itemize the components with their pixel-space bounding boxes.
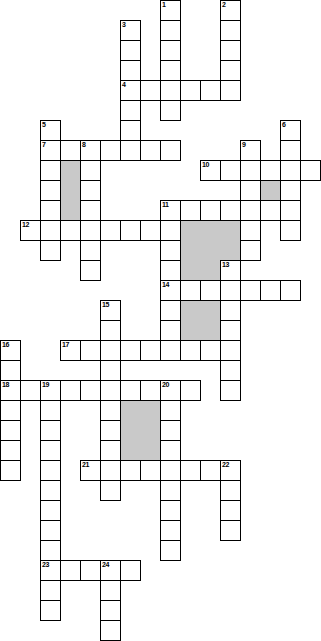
crossword-cell[interactable]: [40, 160, 61, 181]
clue-number: 12: [22, 221, 29, 229]
crossword-cell[interactable]: [240, 240, 261, 261]
crossword-cell[interactable]: [160, 220, 181, 241]
crossword-cell[interactable]: [180, 340, 201, 361]
crossword-cell[interactable]: [220, 280, 241, 301]
crossword-cell[interactable]: [40, 480, 61, 501]
crossword-cell[interactable]: [160, 440, 181, 461]
crossword-cell[interactable]: [80, 560, 101, 581]
crossword-cell[interactable]: 7: [40, 140, 61, 161]
crossword-cell[interactable]: [40, 500, 61, 521]
crossword-cell[interactable]: [140, 140, 161, 161]
crossword-cell[interactable]: 2: [220, 0, 241, 21]
clue-number: 8: [82, 141, 85, 149]
crossword-cell[interactable]: [280, 220, 301, 241]
crossword-cell[interactable]: 4: [120, 80, 141, 101]
clue-number: 20: [162, 381, 169, 389]
crossword-cell[interactable]: [120, 460, 141, 481]
crossword-cell[interactable]: [280, 160, 301, 181]
crossword-cell[interactable]: [140, 220, 161, 241]
crossword-cell[interactable]: 8: [80, 140, 101, 161]
crossword-cell[interactable]: [180, 380, 201, 401]
crossword-cell[interactable]: [160, 140, 181, 161]
clue-number: 21: [82, 461, 89, 469]
clue-number: 7: [42, 141, 45, 149]
clue-number: 24: [102, 561, 109, 569]
shaded-cell: [180, 240, 201, 261]
crossword-cell[interactable]: [220, 520, 241, 541]
crossword-cell[interactable]: [100, 380, 121, 401]
crossword-cell[interactable]: [100, 220, 121, 241]
crossword-cell[interactable]: [80, 160, 101, 181]
crossword-cell[interactable]: [80, 180, 101, 201]
crossword-cell[interactable]: [160, 20, 181, 41]
crossword-cell[interactable]: [160, 100, 181, 121]
crossword-cell[interactable]: 13: [220, 260, 241, 281]
shaded-cell: [120, 420, 141, 441]
crossword-cell[interactable]: [220, 20, 241, 41]
crossword-cell[interactable]: [60, 560, 81, 581]
crossword-cell[interactable]: [120, 220, 141, 241]
crossword-cell[interactable]: [160, 240, 181, 261]
clue-number: 3: [122, 21, 125, 29]
crossword-cell[interactable]: [260, 280, 281, 301]
crossword-cell[interactable]: [100, 480, 121, 501]
crossword-cell[interactable]: [280, 200, 301, 221]
crossword-cell[interactable]: [120, 340, 141, 361]
crossword-cell[interactable]: [220, 60, 241, 81]
shaded-cell: [200, 260, 221, 281]
crossword-cell[interactable]: [100, 600, 121, 621]
shaded-cell: [120, 400, 141, 421]
crossword-cell[interactable]: [120, 560, 141, 581]
crossword-cell[interactable]: [80, 220, 101, 241]
shaded-cell: [180, 220, 201, 241]
crossword-cell[interactable]: [160, 340, 181, 361]
crossword-cell[interactable]: [240, 280, 261, 301]
crossword-cell[interactable]: 5: [40, 120, 61, 141]
crossword-cell[interactable]: [160, 300, 181, 321]
crossword-cell[interactable]: [80, 260, 101, 281]
crossword-cell[interactable]: [0, 420, 21, 441]
crossword-cell[interactable]: [100, 400, 121, 421]
crossword-cell[interactable]: [220, 80, 241, 101]
crossword-cell[interactable]: [160, 320, 181, 341]
crossword-cell[interactable]: [40, 220, 61, 241]
crossword-cell[interactable]: [160, 480, 181, 501]
crossword-cell[interactable]: [160, 540, 181, 561]
crossword-cell[interactable]: 24: [100, 560, 121, 581]
crossword-board: 123456789101112131415161718192021222324: [0, 0, 321, 641]
crossword-cell[interactable]: 22: [220, 460, 241, 481]
crossword-cell[interactable]: 12: [20, 220, 41, 241]
crossword-cell[interactable]: 23: [40, 560, 61, 581]
crossword-cell[interactable]: [120, 120, 141, 141]
crossword-cell[interactable]: 14: [160, 280, 181, 301]
crossword-cell[interactable]: [20, 380, 41, 401]
crossword-cell[interactable]: [160, 260, 181, 281]
crossword-cell[interactable]: [280, 140, 301, 161]
shaded-cell: [140, 420, 161, 441]
crossword-cell[interactable]: 10: [200, 160, 221, 181]
crossword-cell[interactable]: [200, 280, 221, 301]
crossword-cell[interactable]: [60, 380, 81, 401]
clue-number: 4: [122, 81, 125, 89]
shaded-cell: [200, 220, 221, 241]
crossword-cell[interactable]: [280, 180, 301, 201]
crossword-cell[interactable]: [120, 40, 141, 61]
clue-number: 15: [102, 301, 109, 309]
crossword-cell[interactable]: [100, 340, 121, 361]
crossword-cell[interactable]: [80, 240, 101, 261]
crossword-cell[interactable]: [180, 460, 201, 481]
crossword-cell[interactable]: [220, 320, 241, 341]
clue-number: 16: [2, 341, 9, 349]
crossword-cell[interactable]: [100, 320, 121, 341]
crossword-cell[interactable]: [140, 460, 161, 481]
crossword-cell[interactable]: 9: [240, 140, 261, 161]
crossword-cell[interactable]: 18: [0, 380, 21, 401]
shaded-cell: [140, 400, 161, 421]
clue-number: 22: [222, 461, 229, 469]
clue-number: 18: [2, 381, 9, 389]
crossword-cell[interactable]: [120, 100, 141, 121]
crossword-cell[interactable]: [140, 380, 161, 401]
shaded-cell: [260, 180, 281, 201]
crossword-cell[interactable]: [220, 480, 241, 501]
crossword-cell[interactable]: [160, 80, 181, 101]
crossword-cell[interactable]: 20: [160, 380, 181, 401]
crossword-cell[interactable]: [0, 440, 21, 461]
crossword-cell[interactable]: [220, 360, 241, 381]
crossword-cell[interactable]: [160, 500, 181, 521]
crossword-cell[interactable]: [300, 160, 321, 181]
crossword-cell[interactable]: [60, 220, 81, 241]
crossword-cell[interactable]: [0, 360, 21, 381]
crossword-cell[interactable]: 16: [0, 340, 21, 361]
shaded-cell: [220, 240, 241, 261]
crossword-cell[interactable]: [100, 140, 121, 161]
crossword-cell[interactable]: 1: [160, 0, 181, 21]
crossword-cell[interactable]: [100, 360, 121, 381]
crossword-cell[interactable]: [80, 340, 101, 361]
crossword-cell[interactable]: [40, 400, 61, 421]
crossword-cell[interactable]: [200, 200, 221, 221]
crossword-cell[interactable]: [100, 460, 121, 481]
crossword-cell[interactable]: 19: [40, 380, 61, 401]
crossword-cell[interactable]: [140, 340, 161, 361]
crossword-cell[interactable]: 17: [60, 340, 81, 361]
shaded-cell: [180, 260, 201, 281]
crossword-cell[interactable]: [240, 220, 261, 241]
crossword-cell[interactable]: [220, 160, 241, 181]
crossword-cell[interactable]: [100, 620, 121, 641]
crossword-cell[interactable]: [40, 580, 61, 601]
crossword-cell[interactable]: [0, 460, 21, 481]
crossword-cell[interactable]: [180, 200, 201, 221]
crossword-cell[interactable]: [40, 600, 61, 621]
crossword-cell[interactable]: 11: [160, 200, 181, 221]
crossword-cell[interactable]: [200, 340, 221, 361]
shaded-cell: [180, 300, 201, 321]
shaded-cell: [200, 240, 221, 261]
clue-number: 17: [62, 341, 69, 349]
clue-number: 10: [202, 161, 209, 169]
shaded-cell: [140, 440, 161, 461]
crossword-cell[interactable]: [220, 340, 241, 361]
crossword-cell[interactable]: [220, 500, 241, 521]
clue-number: 23: [42, 561, 49, 569]
crossword-cell[interactable]: [40, 420, 61, 441]
crossword-cell[interactable]: [260, 160, 281, 181]
shaded-cell: [60, 180, 81, 201]
crossword-cell[interactable]: [160, 420, 181, 441]
crossword-cell[interactable]: 6: [280, 120, 301, 141]
crossword-cell[interactable]: [240, 160, 261, 181]
clue-number: 5: [42, 121, 45, 129]
crossword-cell[interactable]: [160, 400, 181, 421]
clue-number: 14: [162, 281, 169, 289]
clue-number: 2: [222, 1, 225, 9]
crossword-cell[interactable]: 3: [120, 20, 141, 41]
shaded-cell: [60, 160, 81, 181]
clue-number: 1: [162, 1, 165, 9]
crossword-cell[interactable]: [220, 300, 241, 321]
clue-number: 19: [42, 381, 49, 389]
crossword-cell[interactable]: [160, 40, 181, 61]
shaded-cell: [180, 320, 201, 341]
crossword-cell[interactable]: [40, 520, 61, 541]
crossword-cell[interactable]: [220, 380, 241, 401]
crossword-cell[interactable]: 15: [100, 300, 121, 321]
crossword-cell[interactable]: [120, 380, 141, 401]
crossword-cell[interactable]: 21: [80, 460, 101, 481]
crossword-cell[interactable]: [100, 420, 121, 441]
crossword-cell[interactable]: [120, 60, 141, 81]
crossword-cell[interactable]: [280, 280, 301, 301]
crossword-cell[interactable]: [240, 180, 261, 201]
crossword-cell[interactable]: [160, 460, 181, 481]
clue-number: 9: [242, 141, 245, 149]
crossword-cell[interactable]: [260, 200, 281, 221]
crossword-cell[interactable]: [160, 520, 181, 541]
shaded-cell: [200, 300, 221, 321]
crossword-cell[interactable]: [160, 60, 181, 81]
crossword-cell[interactable]: [80, 380, 101, 401]
crossword-cell[interactable]: [40, 240, 61, 261]
shaded-cell: [60, 200, 81, 221]
crossword-cell[interactable]: [40, 440, 61, 461]
crossword-cell[interactable]: [100, 440, 121, 461]
clue-number: 13: [222, 261, 229, 269]
crossword-cell[interactable]: [40, 540, 61, 561]
crossword-cell[interactable]: [0, 400, 21, 421]
clue-number: 11: [162, 201, 168, 209]
crossword-cell[interactable]: [100, 580, 121, 601]
crossword-cell[interactable]: [240, 200, 261, 221]
crossword-cell[interactable]: [220, 200, 241, 221]
clue-number: 6: [282, 121, 285, 129]
crossword-cell[interactable]: [120, 140, 141, 161]
crossword-cell[interactable]: [40, 200, 61, 221]
crossword-cell[interactable]: [40, 180, 61, 201]
shaded-cell: [220, 220, 241, 241]
crossword-cell[interactable]: [40, 460, 61, 481]
crossword-cell[interactable]: [200, 80, 221, 101]
crossword-cell[interactable]: [60, 140, 81, 161]
crossword-cell[interactable]: [180, 80, 201, 101]
crossword-cell[interactable]: [80, 200, 101, 221]
shaded-cell: [120, 440, 141, 461]
crossword-cell[interactable]: [200, 460, 221, 481]
crossword-cell[interactable]: [140, 80, 161, 101]
crossword-cell[interactable]: [220, 40, 241, 61]
shaded-cell: [200, 320, 221, 341]
crossword-cell[interactable]: [180, 280, 201, 301]
